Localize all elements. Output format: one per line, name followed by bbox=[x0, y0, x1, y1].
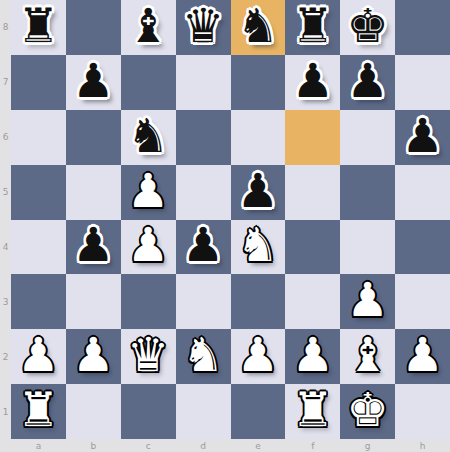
square-h3[interactable] bbox=[395, 274, 450, 329]
piece-black-queen[interactable]: ♛ bbox=[182, 2, 224, 49]
square-a4[interactable] bbox=[11, 220, 66, 275]
square-c8[interactable]: ♝ bbox=[121, 0, 176, 55]
square-g5[interactable] bbox=[340, 165, 395, 220]
file-label-d: d bbox=[176, 439, 231, 452]
piece-white-rook[interactable]: ♜ bbox=[292, 386, 334, 433]
square-f4[interactable] bbox=[285, 220, 340, 275]
piece-black-pawn[interactable]: ♟ bbox=[72, 57, 114, 104]
piece-white-pawn[interactable]: ♟ bbox=[237, 331, 279, 378]
square-d2[interactable]: ♞ bbox=[176, 329, 231, 384]
square-d1[interactable] bbox=[176, 384, 231, 439]
square-b1[interactable] bbox=[66, 384, 121, 439]
piece-black-king[interactable]: ♚ bbox=[347, 2, 389, 49]
piece-black-pawn[interactable]: ♟ bbox=[182, 221, 224, 268]
square-h8[interactable] bbox=[395, 0, 450, 55]
square-f8[interactable]: ♜ bbox=[285, 0, 340, 55]
square-d8[interactable]: ♛ bbox=[176, 0, 231, 55]
square-a6[interactable] bbox=[11, 110, 66, 165]
square-c4[interactable]: ♟ bbox=[121, 220, 176, 275]
file-label-e: e bbox=[231, 439, 286, 452]
square-f2[interactable]: ♟ bbox=[285, 329, 340, 384]
square-c6[interactable]: ♞ bbox=[121, 110, 176, 165]
square-b6[interactable] bbox=[66, 110, 121, 165]
square-a3[interactable] bbox=[11, 274, 66, 329]
file-label-b: b bbox=[66, 439, 121, 452]
square-d5[interactable] bbox=[176, 165, 231, 220]
piece-white-knight[interactable]: ♞ bbox=[237, 221, 279, 268]
square-f5[interactable] bbox=[285, 165, 340, 220]
piece-white-king[interactable]: ♚ bbox=[347, 386, 389, 433]
square-d4[interactable]: ♟ bbox=[176, 220, 231, 275]
square-c1[interactable] bbox=[121, 384, 176, 439]
piece-black-knight[interactable]: ♞ bbox=[127, 112, 169, 159]
square-g3[interactable]: ♟ bbox=[340, 274, 395, 329]
square-b4[interactable]: ♟ bbox=[66, 220, 121, 275]
chess-board: ♜♝♛♞♜♚♟♟♟♞♟♟♟♟♟♟♞♟♟♟♛♞♟♟♝♟♜♜♚ bbox=[11, 0, 450, 439]
square-h4[interactable] bbox=[395, 220, 450, 275]
square-f3[interactable] bbox=[285, 274, 340, 329]
piece-white-pawn[interactable]: ♟ bbox=[401, 331, 443, 378]
square-g4[interactable] bbox=[340, 220, 395, 275]
piece-white-queen[interactable]: ♛ bbox=[127, 331, 169, 378]
square-b7[interactable]: ♟ bbox=[66, 55, 121, 110]
square-g1[interactable]: ♚ bbox=[340, 384, 395, 439]
file-label-c: c bbox=[121, 439, 176, 452]
square-c5[interactable]: ♟ bbox=[121, 165, 176, 220]
square-b5[interactable] bbox=[66, 165, 121, 220]
square-f1[interactable]: ♜ bbox=[285, 384, 340, 439]
piece-black-rook[interactable]: ♜ bbox=[17, 2, 59, 49]
square-d3[interactable] bbox=[176, 274, 231, 329]
square-e4[interactable]: ♞ bbox=[231, 220, 286, 275]
piece-white-pawn[interactable]: ♟ bbox=[17, 331, 59, 378]
rank-coordinates: 87654321 bbox=[0, 0, 11, 439]
square-c7[interactable] bbox=[121, 55, 176, 110]
rank-label-6: 6 bbox=[0, 110, 11, 165]
square-e3[interactable] bbox=[231, 274, 286, 329]
square-c2[interactable]: ♛ bbox=[121, 329, 176, 384]
piece-black-pawn[interactable]: ♟ bbox=[292, 57, 334, 104]
piece-white-pawn[interactable]: ♟ bbox=[347, 276, 389, 323]
square-e7[interactable] bbox=[231, 55, 286, 110]
square-a7[interactable] bbox=[11, 55, 66, 110]
file-label-a: a bbox=[11, 439, 66, 452]
rank-label-5: 5 bbox=[0, 165, 11, 220]
square-e1[interactable] bbox=[231, 384, 286, 439]
square-g8[interactable]: ♚ bbox=[340, 0, 395, 55]
square-f6[interactable] bbox=[285, 110, 340, 165]
rank-label-1: 1 bbox=[0, 384, 11, 439]
piece-white-bishop[interactable]: ♝ bbox=[347, 331, 389, 378]
piece-black-pawn[interactable]: ♟ bbox=[237, 167, 279, 214]
piece-black-rook[interactable]: ♜ bbox=[292, 2, 334, 49]
square-e8[interactable]: ♞ bbox=[231, 0, 286, 55]
file-label-g: g bbox=[340, 439, 395, 452]
square-e2[interactable]: ♟ bbox=[231, 329, 286, 384]
square-g6[interactable] bbox=[340, 110, 395, 165]
square-h2[interactable]: ♟ bbox=[395, 329, 450, 384]
square-g7[interactable]: ♟ bbox=[340, 55, 395, 110]
square-h1[interactable] bbox=[395, 384, 450, 439]
square-a1[interactable]: ♜ bbox=[11, 384, 66, 439]
square-f7[interactable]: ♟ bbox=[285, 55, 340, 110]
square-a8[interactable]: ♜ bbox=[11, 0, 66, 55]
file-label-h: h bbox=[395, 439, 450, 452]
piece-white-knight[interactable]: ♞ bbox=[182, 331, 224, 378]
square-e6[interactable] bbox=[231, 110, 286, 165]
file-coordinates: abcdefgh bbox=[0, 439, 450, 452]
square-a5[interactable] bbox=[11, 165, 66, 220]
rank-label-2: 2 bbox=[0, 329, 11, 384]
square-b2[interactable]: ♟ bbox=[66, 329, 121, 384]
piece-white-pawn[interactable]: ♟ bbox=[127, 221, 169, 268]
square-g2[interactable]: ♝ bbox=[340, 329, 395, 384]
file-coordinates-inner: abcdefgh bbox=[11, 439, 450, 452]
piece-white-rook[interactable]: ♜ bbox=[17, 386, 59, 433]
rank-label-7: 7 bbox=[0, 55, 11, 110]
square-d7[interactable] bbox=[176, 55, 231, 110]
square-h5[interactable] bbox=[395, 165, 450, 220]
square-h7[interactable] bbox=[395, 55, 450, 110]
piece-black-pawn[interactable]: ♟ bbox=[72, 221, 114, 268]
rank-label-8: 8 bbox=[0, 0, 11, 55]
square-a2[interactable]: ♟ bbox=[11, 329, 66, 384]
piece-black-pawn[interactable]: ♟ bbox=[401, 112, 443, 159]
square-b3[interactable] bbox=[66, 274, 121, 329]
chess-app: 87654321 ♜♝♛♞♜♚♟♟♟♞♟♟♟♟♟♟♞♟♟♟♛♞♟♟♝♟♜♜♚ a… bbox=[0, 0, 450, 452]
rank-label-4: 4 bbox=[0, 220, 11, 275]
square-h6[interactable]: ♟ bbox=[395, 110, 450, 165]
piece-white-pawn[interactable]: ♟ bbox=[127, 167, 169, 214]
square-e5[interactable]: ♟ bbox=[231, 165, 286, 220]
rank-label-3: 3 bbox=[0, 274, 11, 329]
square-b8[interactable] bbox=[66, 0, 121, 55]
piece-black-pawn[interactable]: ♟ bbox=[347, 57, 389, 104]
piece-black-knight[interactable]: ♞ bbox=[237, 2, 279, 49]
piece-black-bishop[interactable]: ♝ bbox=[127, 2, 169, 49]
square-c3[interactable] bbox=[121, 274, 176, 329]
piece-white-pawn[interactable]: ♟ bbox=[292, 331, 334, 378]
file-label-f: f bbox=[285, 439, 340, 452]
piece-white-pawn[interactable]: ♟ bbox=[72, 331, 114, 378]
square-d6[interactable] bbox=[176, 110, 231, 165]
